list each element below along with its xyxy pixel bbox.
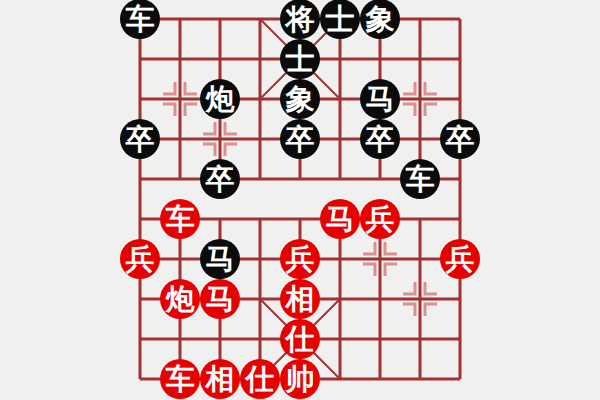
piece-black-soldier[interactable]: 卒 <box>440 119 480 159</box>
piece-black-advisor[interactable]: 士 <box>280 39 320 79</box>
piece-red-soldier[interactable]: 兵 <box>280 239 320 279</box>
piece-black-chariot[interactable]: 车 <box>400 159 440 199</box>
piece-black-general[interactable]: 将 <box>280 0 320 39</box>
piece-black-cannon[interactable]: 炮 <box>200 79 240 119</box>
piece-black-soldier[interactable]: 卒 <box>200 159 240 199</box>
piece-black-chariot[interactable]: 车 <box>120 0 160 39</box>
piece-red-horse[interactable]: 马 <box>320 199 360 239</box>
piece-black-soldier[interactable]: 卒 <box>120 119 160 159</box>
piece-red-chariot[interactable]: 车 <box>160 199 200 239</box>
piece-red-general[interactable]: 帅 <box>280 359 320 399</box>
piece-red-elephant[interactable]: 相 <box>280 279 320 319</box>
piece-black-advisor[interactable]: 士 <box>320 0 360 39</box>
piece-black-soldier[interactable]: 卒 <box>280 119 320 159</box>
piece-black-soldier[interactable]: 卒 <box>360 119 400 159</box>
piece-red-soldier[interactable]: 兵 <box>360 199 400 239</box>
piece-black-horse[interactable]: 马 <box>360 79 400 119</box>
piece-red-chariot[interactable]: 车 <box>160 359 200 399</box>
piece-grid: 车将士象士炮象马卒卒卒卒卒车车马兵兵马兵兵炮马相仕车相仕帅 <box>120 0 480 399</box>
xiangqi-board: 车将士象士炮象马卒卒卒卒卒车车马兵兵马兵兵炮马相仕车相仕帅 <box>0 0 600 400</box>
piece-black-elephant[interactable]: 象 <box>280 79 320 119</box>
piece-red-advisor[interactable]: 仕 <box>280 319 320 359</box>
piece-red-soldier[interactable]: 兵 <box>440 239 480 279</box>
piece-red-cannon[interactable]: 炮 <box>160 279 200 319</box>
piece-black-horse[interactable]: 马 <box>200 239 240 279</box>
piece-red-advisor[interactable]: 仕 <box>240 359 280 399</box>
piece-red-elephant[interactable]: 相 <box>200 359 240 399</box>
piece-black-elephant[interactable]: 象 <box>360 0 400 39</box>
piece-red-soldier[interactable]: 兵 <box>120 239 160 279</box>
piece-red-horse[interactable]: 马 <box>200 279 240 319</box>
